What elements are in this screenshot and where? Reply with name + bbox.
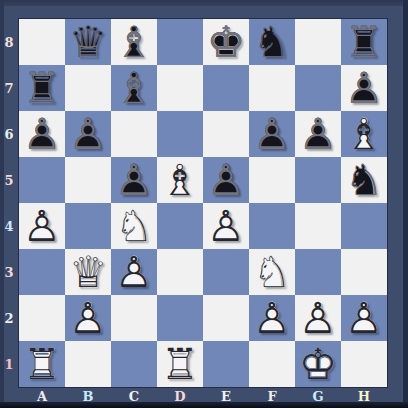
piece-white-queen[interactable]: ♛♕ xyxy=(65,249,111,295)
frame-edge-right xyxy=(403,0,408,408)
black-bishop-outline-icon: ♗ xyxy=(111,65,157,111)
square-f6[interactable]: ♟♙ xyxy=(249,111,295,157)
white-bishop-outline-icon: ♗ xyxy=(341,111,387,157)
board-grid: ♛♕♝♗♚♔♞♘♜♖♜♖♝♗♟♙♟♙♟♙♟♙♟♙♝♗♟♙♝♗♟♙♞♘♟♙♞♘♟♙… xyxy=(18,18,388,388)
square-g1[interactable]: ♚♔ xyxy=(295,341,341,387)
square-c4[interactable]: ♞♘ xyxy=(111,203,157,249)
square-a5[interactable] xyxy=(19,157,65,203)
square-f1[interactable] xyxy=(249,341,295,387)
black-bishop-outline-icon: ♗ xyxy=(111,19,157,65)
rank-label-8: 8 xyxy=(0,19,18,65)
piece-white-pawn[interactable]: ♟♙ xyxy=(203,203,249,249)
black-pawn-outline-icon: ♙ xyxy=(295,111,341,157)
rank-label-3: 3 xyxy=(0,249,18,295)
piece-black-knight[interactable]: ♞♘ xyxy=(341,157,387,203)
piece-white-knight[interactable]: ♞♘ xyxy=(249,249,295,295)
square-g6[interactable]: ♟♙ xyxy=(295,111,341,157)
piece-white-rook[interactable]: ♜♖ xyxy=(157,341,203,387)
black-pawn-outline-icon: ♙ xyxy=(111,157,157,203)
piece-black-king[interactable]: ♚♔ xyxy=(203,19,249,65)
square-c5[interactable]: ♟♙ xyxy=(111,157,157,203)
square-h5[interactable]: ♞♘ xyxy=(341,157,387,203)
square-g8[interactable] xyxy=(295,19,341,65)
black-knight-outline-icon: ♘ xyxy=(341,157,387,203)
chess-board-widget: 87654321 ABCDEFGH ♛♕♝♗♚♔♞♘♜♖♜♖♝♗♟♙♟♙♟♙♟♙… xyxy=(0,0,408,408)
piece-black-bishop[interactable]: ♝♗ xyxy=(111,19,157,65)
file-label-g: G xyxy=(295,388,341,404)
black-pawn-outline-icon: ♙ xyxy=(203,157,249,203)
piece-white-bishop[interactable]: ♝♗ xyxy=(341,111,387,157)
white-king-outline-icon: ♔ xyxy=(295,341,341,387)
square-d2[interactable] xyxy=(157,295,203,341)
square-g3[interactable] xyxy=(295,249,341,295)
square-f2[interactable]: ♟♙ xyxy=(249,295,295,341)
square-e2[interactable] xyxy=(203,295,249,341)
piece-white-pawn[interactable]: ♟♙ xyxy=(341,295,387,341)
square-f5[interactable] xyxy=(249,157,295,203)
piece-white-pawn[interactable]: ♟♙ xyxy=(295,295,341,341)
black-pawn-outline-icon: ♙ xyxy=(341,65,387,111)
square-e7[interactable] xyxy=(203,65,249,111)
square-b8[interactable]: ♛♕ xyxy=(65,19,111,65)
piece-black-pawn[interactable]: ♟♙ xyxy=(203,157,249,203)
square-e5[interactable]: ♟♙ xyxy=(203,157,249,203)
black-queen-outline-icon: ♕ xyxy=(65,19,111,65)
square-b6[interactable]: ♟♙ xyxy=(65,111,111,157)
square-h6[interactable]: ♝♗ xyxy=(341,111,387,157)
white-knight-outline-icon: ♘ xyxy=(249,249,295,295)
frame-edge-top xyxy=(0,0,408,6)
white-rook-outline-icon: ♖ xyxy=(157,341,203,387)
square-h2[interactable]: ♟♙ xyxy=(341,295,387,341)
white-pawn-outline-icon: ♙ xyxy=(341,295,387,341)
square-b7[interactable] xyxy=(65,65,111,111)
file-label-h: H xyxy=(341,388,387,404)
piece-black-pawn[interactable]: ♟♙ xyxy=(111,157,157,203)
rank-label-6: 6 xyxy=(0,111,18,157)
square-c8[interactable]: ♝♗ xyxy=(111,19,157,65)
square-a4[interactable]: ♟♙ xyxy=(19,203,65,249)
square-d4[interactable] xyxy=(157,203,203,249)
square-c3[interactable]: ♟♙ xyxy=(111,249,157,295)
piece-white-bishop[interactable]: ♝♗ xyxy=(157,157,203,203)
white-queen-outline-icon: ♕ xyxy=(65,249,111,295)
square-e6[interactable] xyxy=(203,111,249,157)
piece-white-rook[interactable]: ♜♖ xyxy=(19,341,65,387)
square-d5[interactable]: ♝♗ xyxy=(157,157,203,203)
black-rook-outline-icon: ♖ xyxy=(19,65,65,111)
white-knight-outline-icon: ♘ xyxy=(111,203,157,249)
square-d3[interactable] xyxy=(157,249,203,295)
file-label-d: D xyxy=(157,388,203,404)
piece-white-pawn[interactable]: ♟♙ xyxy=(65,295,111,341)
piece-black-knight[interactable]: ♞♘ xyxy=(249,19,295,65)
white-bishop-outline-icon: ♗ xyxy=(157,157,203,203)
square-e3[interactable] xyxy=(203,249,249,295)
square-e8[interactable]: ♚♔ xyxy=(203,19,249,65)
square-c1[interactable] xyxy=(111,341,157,387)
square-h7[interactable]: ♟♙ xyxy=(341,65,387,111)
square-b2[interactable]: ♟♙ xyxy=(65,295,111,341)
square-g7[interactable] xyxy=(295,65,341,111)
white-pawn-outline-icon: ♙ xyxy=(19,203,65,249)
square-b3[interactable]: ♛♕ xyxy=(65,249,111,295)
piece-black-pawn[interactable]: ♟♙ xyxy=(249,111,295,157)
black-pawn-outline-icon: ♙ xyxy=(249,111,295,157)
white-pawn-outline-icon: ♙ xyxy=(295,295,341,341)
square-e1[interactable] xyxy=(203,341,249,387)
square-a7[interactable]: ♜♖ xyxy=(19,65,65,111)
file-label-a: A xyxy=(19,388,65,404)
piece-black-rook[interactable]: ♜♖ xyxy=(341,19,387,65)
square-h4[interactable] xyxy=(341,203,387,249)
piece-white-knight[interactable]: ♞♘ xyxy=(111,203,157,249)
file-label-e: E xyxy=(203,388,249,404)
piece-white-king[interactable]: ♚♔ xyxy=(295,341,341,387)
square-e4[interactable]: ♟♙ xyxy=(203,203,249,249)
square-a3[interactable] xyxy=(19,249,65,295)
square-f8[interactable]: ♞♘ xyxy=(249,19,295,65)
rank-label-7: 7 xyxy=(0,65,18,111)
piece-black-bishop[interactable]: ♝♗ xyxy=(111,65,157,111)
white-pawn-outline-icon: ♙ xyxy=(65,295,111,341)
piece-white-pawn[interactable]: ♟♙ xyxy=(19,203,65,249)
black-king-outline-icon: ♔ xyxy=(203,19,249,65)
piece-black-pawn[interactable]: ♟♙ xyxy=(341,65,387,111)
white-rook-outline-icon: ♖ xyxy=(19,341,65,387)
square-g5[interactable] xyxy=(295,157,341,203)
square-d7[interactable] xyxy=(157,65,203,111)
black-knight-outline-icon: ♘ xyxy=(249,19,295,65)
black-pawn-outline-icon: ♙ xyxy=(19,111,65,157)
square-g2[interactable]: ♟♙ xyxy=(295,295,341,341)
piece-black-rook[interactable]: ♜♖ xyxy=(19,65,65,111)
black-rook-outline-icon: ♖ xyxy=(341,19,387,65)
square-b4[interactable] xyxy=(65,203,111,249)
square-d8[interactable] xyxy=(157,19,203,65)
rank-label-4: 4 xyxy=(0,203,18,249)
square-a2[interactable] xyxy=(19,295,65,341)
file-label-b: B xyxy=(65,388,111,404)
file-label-f: F xyxy=(249,388,295,404)
square-c7[interactable]: ♝♗ xyxy=(111,65,157,111)
square-b1[interactable] xyxy=(65,341,111,387)
piece-black-queen[interactable]: ♛♕ xyxy=(65,19,111,65)
white-pawn-outline-icon: ♙ xyxy=(203,203,249,249)
square-a1[interactable]: ♜♖ xyxy=(19,341,65,387)
square-d6[interactable] xyxy=(157,111,203,157)
piece-white-pawn[interactable]: ♟♙ xyxy=(249,295,295,341)
square-h3[interactable] xyxy=(341,249,387,295)
piece-black-pawn[interactable]: ♟♙ xyxy=(65,111,111,157)
white-pawn-outline-icon: ♙ xyxy=(249,295,295,341)
white-pawn-outline-icon: ♙ xyxy=(111,249,157,295)
rank-label-1: 1 xyxy=(0,341,18,387)
black-pawn-outline-icon: ♙ xyxy=(65,111,111,157)
piece-white-pawn[interactable]: ♟♙ xyxy=(111,249,157,295)
piece-black-pawn[interactable]: ♟♙ xyxy=(19,111,65,157)
square-a8[interactable] xyxy=(19,19,65,65)
square-b5[interactable] xyxy=(65,157,111,203)
rank-label-2: 2 xyxy=(0,295,18,341)
square-g4[interactable] xyxy=(295,203,341,249)
rank-label-5: 5 xyxy=(0,157,18,203)
square-f7[interactable] xyxy=(249,65,295,111)
square-h8[interactable]: ♜♖ xyxy=(341,19,387,65)
square-d1[interactable]: ♜♖ xyxy=(157,341,203,387)
square-c6[interactable] xyxy=(111,111,157,157)
square-c2[interactable] xyxy=(111,295,157,341)
square-h1[interactable] xyxy=(341,341,387,387)
square-a6[interactable]: ♟♙ xyxy=(19,111,65,157)
square-f3[interactable]: ♞♘ xyxy=(249,249,295,295)
square-f4[interactable] xyxy=(249,203,295,249)
piece-black-pawn[interactable]: ♟♙ xyxy=(295,111,341,157)
file-label-c: C xyxy=(111,388,157,404)
